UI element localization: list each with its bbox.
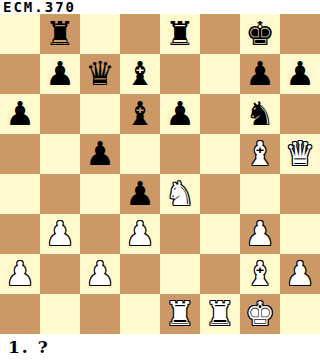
square-f1[interactable]: ♜ (200, 294, 240, 334)
square-e4[interactable]: ♞ (160, 174, 200, 214)
square-b6[interactable] (40, 94, 80, 134)
piece-white-knight[interactable]: ♞ (165, 174, 195, 214)
piece-white-king[interactable]: ♚ (245, 294, 275, 334)
piece-black-rook[interactable]: ♜ (45, 14, 75, 54)
piece-white-bishop[interactable]: ♝ (245, 254, 275, 294)
square-a4[interactable] (0, 174, 40, 214)
square-e8[interactable]: ♜ (160, 14, 200, 54)
square-h1[interactable] (280, 294, 320, 334)
square-g2[interactable]: ♝ (240, 254, 280, 294)
square-d3[interactable]: ♟ (120, 214, 160, 254)
piece-black-knight[interactable]: ♞ (245, 94, 275, 134)
square-g6[interactable]: ♞ (240, 94, 280, 134)
piece-white-rook[interactable]: ♜ (205, 294, 235, 334)
square-c5[interactable]: ♟ (80, 134, 120, 174)
square-e3[interactable] (160, 214, 200, 254)
piece-black-bishop[interactable]: ♝ (125, 54, 155, 94)
square-e6[interactable]: ♟ (160, 94, 200, 134)
square-d7[interactable]: ♝ (120, 54, 160, 94)
square-c8[interactable] (80, 14, 120, 54)
square-b5[interactable] (40, 134, 80, 174)
square-a7[interactable] (0, 54, 40, 94)
square-a5[interactable] (0, 134, 40, 174)
square-f6[interactable] (200, 94, 240, 134)
square-b8[interactable]: ♜ (40, 14, 80, 54)
square-c4[interactable] (80, 174, 120, 214)
square-g5[interactable]: ♝ (240, 134, 280, 174)
piece-black-queen[interactable]: ♛ (85, 54, 115, 94)
square-f4[interactable] (200, 174, 240, 214)
square-a8[interactable] (0, 14, 40, 54)
piece-white-pawn[interactable]: ♟ (45, 214, 75, 254)
square-b2[interactable] (40, 254, 80, 294)
piece-white-rook[interactable]: ♜ (165, 294, 195, 334)
square-e7[interactable] (160, 54, 200, 94)
square-e1[interactable]: ♜ (160, 294, 200, 334)
square-g7[interactable]: ♟ (240, 54, 280, 94)
piece-black-pawn[interactable]: ♟ (125, 174, 155, 214)
square-a2[interactable]: ♟ (0, 254, 40, 294)
square-c7[interactable]: ♛ (80, 54, 120, 94)
square-c3[interactable] (80, 214, 120, 254)
square-e2[interactable] (160, 254, 200, 294)
piece-white-pawn[interactable]: ♟ (5, 254, 35, 294)
square-h3[interactable] (280, 214, 320, 254)
square-d8[interactable] (120, 14, 160, 54)
piece-white-bishop[interactable]: ♝ (245, 134, 275, 174)
square-h6[interactable] (280, 94, 320, 134)
square-h7[interactable]: ♟ (280, 54, 320, 94)
piece-white-pawn[interactable]: ♟ (245, 214, 275, 254)
piece-black-pawn[interactable]: ♟ (45, 54, 75, 94)
piece-black-pawn[interactable]: ♟ (85, 134, 115, 174)
square-b7[interactable]: ♟ (40, 54, 80, 94)
square-b3[interactable]: ♟ (40, 214, 80, 254)
square-a3[interactable] (0, 214, 40, 254)
square-f7[interactable] (200, 54, 240, 94)
square-h4[interactable] (280, 174, 320, 214)
square-c2[interactable]: ♟ (80, 254, 120, 294)
square-h5[interactable]: ♛ (280, 134, 320, 174)
square-g1[interactable]: ♚ (240, 294, 280, 334)
square-f2[interactable] (200, 254, 240, 294)
piece-white-pawn[interactable]: ♟ (285, 254, 315, 294)
piece-white-pawn[interactable]: ♟ (85, 254, 115, 294)
square-h8[interactable] (280, 14, 320, 54)
piece-black-king[interactable]: ♚ (245, 14, 275, 54)
square-b1[interactable] (40, 294, 80, 334)
square-f8[interactable] (200, 14, 240, 54)
square-g4[interactable] (240, 174, 280, 214)
piece-black-bishop[interactable]: ♝ (125, 94, 155, 134)
square-g8[interactable]: ♚ (240, 14, 280, 54)
square-d4[interactable]: ♟ (120, 174, 160, 214)
move-prompt: 1. ? (8, 337, 50, 357)
square-e5[interactable] (160, 134, 200, 174)
square-a6[interactable]: ♟ (0, 94, 40, 134)
square-d6[interactable]: ♝ (120, 94, 160, 134)
piece-black-pawn[interactable]: ♟ (5, 94, 35, 134)
square-f3[interactable] (200, 214, 240, 254)
diagram-title: ECM.370 (3, 0, 76, 14)
square-f5[interactable] (200, 134, 240, 174)
square-d5[interactable] (120, 134, 160, 174)
square-c1[interactable] (80, 294, 120, 334)
square-d1[interactable] (120, 294, 160, 334)
piece-white-pawn[interactable]: ♟ (125, 214, 155, 254)
piece-black-pawn[interactable]: ♟ (285, 54, 315, 94)
square-b4[interactable] (40, 174, 80, 214)
square-c6[interactable] (80, 94, 120, 134)
piece-black-rook[interactable]: ♜ (165, 14, 195, 54)
square-d2[interactable] (120, 254, 160, 294)
square-g3[interactable]: ♟ (240, 214, 280, 254)
square-h2[interactable]: ♟ (280, 254, 320, 294)
piece-white-queen[interactable]: ♛ (285, 134, 315, 174)
chess-board: ♜♜♚♟♛♝♟♟♟♝♟♞♟♝♛♟♞♟♟♟♟♟♝♟♜♜♚ (0, 14, 320, 334)
piece-black-pawn[interactable]: ♟ (165, 94, 195, 134)
piece-black-pawn[interactable]: ♟ (245, 54, 275, 94)
square-a1[interactable] (0, 294, 40, 334)
